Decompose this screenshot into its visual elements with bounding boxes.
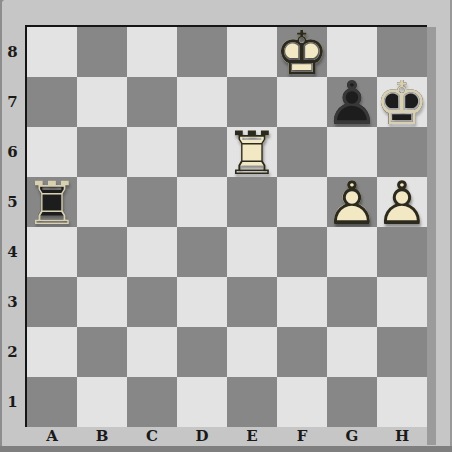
square-h7[interactable]: ♚♔ (377, 77, 427, 127)
square-g1[interactable] (327, 377, 377, 427)
square-h3[interactable] (377, 277, 427, 327)
square-g4[interactable] (327, 227, 377, 277)
square-h1[interactable] (377, 377, 427, 427)
file-label-d: D (177, 427, 227, 446)
square-f2[interactable] (277, 327, 327, 377)
square-h2[interactable] (377, 327, 427, 377)
board-shadow (427, 27, 436, 445)
white-pawn-piece: ♟ (327, 178, 377, 228)
black-king-piece-outline: ♔ (377, 78, 427, 128)
board-border: ♚♔♟♙♚♔♜♖♜♖♟♙♟♙ (25, 25, 427, 427)
square-h8[interactable] (377, 27, 427, 77)
square-b1[interactable] (77, 377, 127, 427)
white-pawn-piece-outline: ♙ (327, 178, 377, 228)
square-c5[interactable] (127, 177, 177, 227)
square-a4[interactable] (27, 227, 77, 277)
square-e5[interactable] (227, 177, 277, 227)
square-d7[interactable] (177, 77, 227, 127)
square-f3[interactable] (277, 277, 327, 327)
square-b4[interactable] (77, 227, 127, 277)
square-c8[interactable] (127, 27, 177, 77)
square-d1[interactable] (177, 377, 227, 427)
square-b8[interactable] (77, 27, 127, 77)
black-pawn-piece: ♟ (327, 78, 377, 128)
chess-diagram: ♚♔♟♙♚♔♜♖♜♖♟♙♟♙ 87654321 ABCDEFGH (0, 0, 452, 452)
rank-label-1: 1 (0, 377, 25, 427)
square-f1[interactable] (277, 377, 327, 427)
square-a1[interactable] (27, 377, 77, 427)
square-b2[interactable] (77, 327, 127, 377)
rank-label-7: 7 (0, 77, 25, 127)
black-pawn-piece-outline: ♙ (327, 78, 377, 128)
frame-bottom-edge (0, 446, 452, 452)
square-g3[interactable] (327, 277, 377, 327)
square-f6[interactable] (277, 127, 327, 177)
square-b6[interactable] (77, 127, 127, 177)
rank-label-8: 8 (0, 27, 25, 77)
square-c3[interactable] (127, 277, 177, 327)
square-h6[interactable] (377, 127, 427, 177)
file-label-a: A (27, 427, 77, 446)
square-d2[interactable] (177, 327, 227, 377)
square-c6[interactable] (127, 127, 177, 177)
square-a5[interactable]: ♜♖ (27, 177, 77, 227)
square-d5[interactable] (177, 177, 227, 227)
file-label-e: E (227, 427, 277, 446)
square-a7[interactable] (27, 77, 77, 127)
square-f8[interactable]: ♚♔ (277, 27, 327, 77)
white-king-piece: ♚ (277, 28, 327, 78)
square-h5[interactable]: ♟♙ (377, 177, 427, 227)
rank-label-5: 5 (0, 177, 25, 227)
square-b7[interactable] (77, 77, 127, 127)
square-g6[interactable] (327, 127, 377, 177)
square-d4[interactable] (177, 227, 227, 277)
white-pawn-piece: ♟ (377, 178, 427, 228)
square-d6[interactable] (177, 127, 227, 177)
square-b3[interactable] (77, 277, 127, 327)
square-g8[interactable] (327, 27, 377, 77)
square-g7[interactable]: ♟♙ (327, 77, 377, 127)
square-e6[interactable]: ♜♖ (227, 127, 277, 177)
square-g5[interactable]: ♟♙ (327, 177, 377, 227)
rank-label-4: 4 (0, 227, 25, 277)
square-f4[interactable] (277, 227, 327, 277)
white-rook-piece-outline: ♖ (227, 128, 277, 178)
square-e2[interactable] (227, 327, 277, 377)
black-rook-piece-outline: ♖ (27, 178, 77, 228)
file-label-c: C (127, 427, 177, 446)
square-c1[interactable] (127, 377, 177, 427)
square-g2[interactable] (327, 327, 377, 377)
file-label-f: F (277, 427, 327, 446)
square-h4[interactable] (377, 227, 427, 277)
file-label-g: G (327, 427, 377, 446)
square-c2[interactable] (127, 327, 177, 377)
square-a2[interactable] (27, 327, 77, 377)
rank-label-2: 2 (0, 327, 25, 377)
square-b5[interactable] (77, 177, 127, 227)
file-label-h: H (377, 427, 427, 446)
black-king-piece: ♚ (377, 78, 427, 128)
square-c7[interactable] (127, 77, 177, 127)
rank-labels: 87654321 (0, 27, 25, 427)
file-labels: ABCDEFGH (27, 427, 427, 446)
white-rook-piece: ♜ (227, 128, 277, 178)
square-c4[interactable] (127, 227, 177, 277)
white-king-piece-outline: ♔ (277, 28, 327, 78)
square-a6[interactable] (27, 127, 77, 177)
rank-label-3: 3 (0, 277, 25, 327)
square-a3[interactable] (27, 277, 77, 327)
square-e3[interactable] (227, 277, 277, 327)
square-d3[interactable] (177, 277, 227, 327)
square-d8[interactable] (177, 27, 227, 77)
square-e1[interactable] (227, 377, 277, 427)
chess-board: ♚♔♟♙♚♔♜♖♜♖♟♙♟♙ (27, 27, 427, 427)
black-rook-piece: ♜ (27, 178, 77, 228)
frame-left-edge (0, 0, 2, 452)
square-f7[interactable] (277, 77, 327, 127)
white-pawn-piece-outline: ♙ (377, 178, 427, 228)
square-e4[interactable] (227, 227, 277, 277)
square-e7[interactable] (227, 77, 277, 127)
square-f5[interactable] (277, 177, 327, 227)
square-e8[interactable] (227, 27, 277, 77)
file-label-b: B (77, 427, 127, 446)
square-a8[interactable] (27, 27, 77, 77)
rank-label-6: 6 (0, 127, 25, 177)
